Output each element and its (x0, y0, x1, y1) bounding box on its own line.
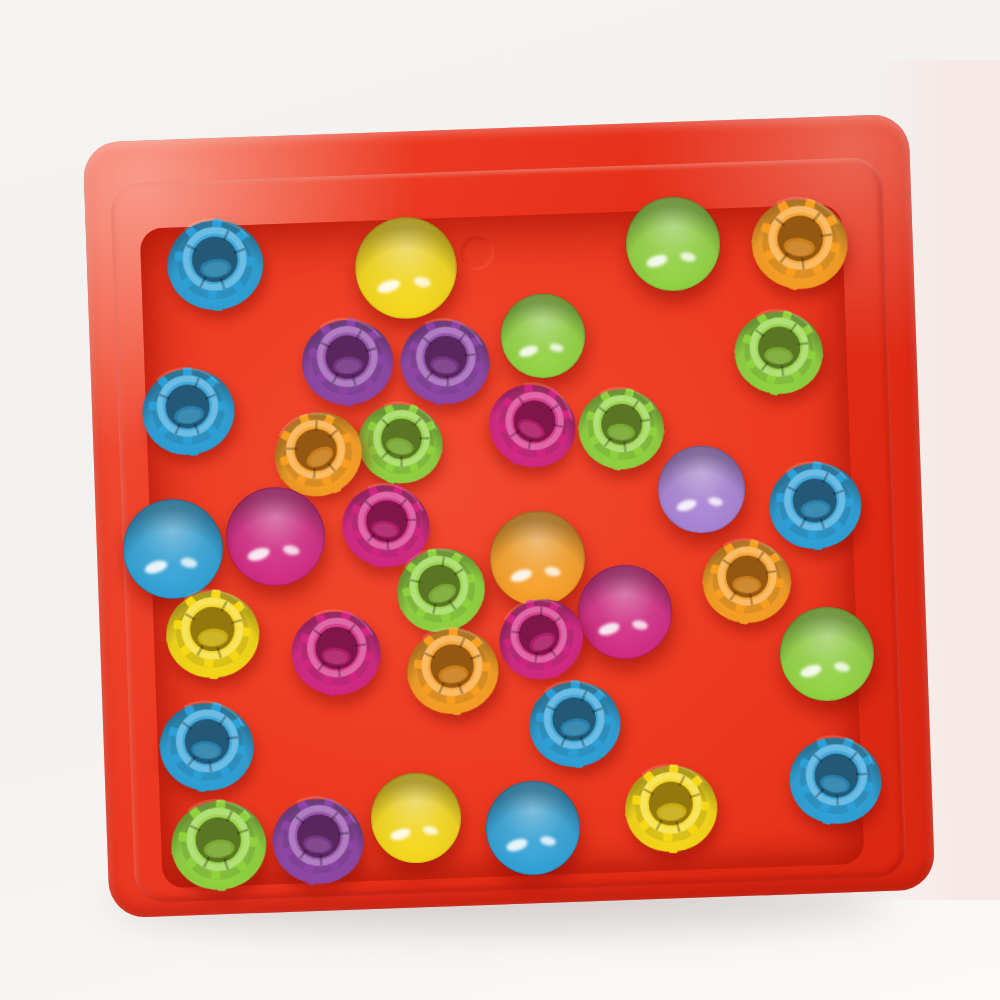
peg-ring-blue[interactable] (158, 205, 272, 319)
toy-tray-scene (0, 0, 1000, 1000)
peg-dome-lavender[interactable] (655, 443, 748, 536)
peg-ring-blue[interactable] (778, 720, 894, 836)
peg-ring-magenta[interactable] (283, 597, 390, 704)
peg-ring-yellow[interactable] (617, 752, 725, 860)
peg-ring-orange[interactable] (743, 184, 857, 298)
peg-ring-blue[interactable] (130, 351, 246, 467)
peg-dome-yellow[interactable] (368, 770, 464, 866)
peg-dome-blue[interactable] (483, 778, 583, 878)
peg-ring-orange[interactable] (396, 612, 508, 724)
peg-dome-green[interactable] (777, 604, 877, 704)
peg-ring-green[interactable] (728, 299, 830, 401)
peg-dome-magenta[interactable] (223, 484, 328, 589)
peg-ring-purple[interactable] (263, 783, 373, 893)
peg-dome-green[interactable] (623, 194, 723, 294)
peg-ring-green[interactable] (161, 785, 274, 898)
pegs-layer (0, 0, 1000, 1000)
peg-ring-blue[interactable] (152, 689, 263, 800)
peg-ring-blue[interactable] (518, 665, 630, 777)
peg-ring-yellow[interactable] (158, 577, 266, 685)
